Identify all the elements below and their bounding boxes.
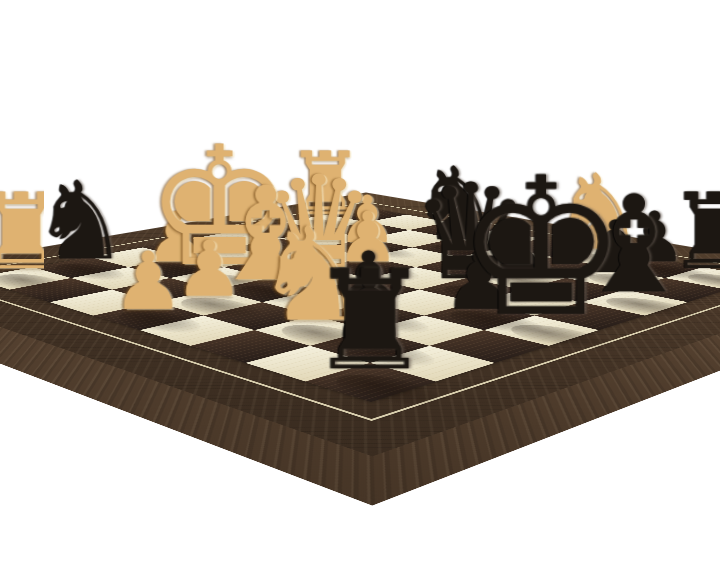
chess-set-photo: ♜♟♞♞♟♟♞♟♜♚♛♟♟♜♝♛♟♝♟♟♟♞♚♟♜ [0,0,720,576]
black-rook-glyph: ♜ [309,253,433,391]
chess-board: ♜♟♞♞♟♟♞♟♜♚♛♟♟♜♝♛♟♝♟♟♟♞♚♟♜ [0,193,720,457]
white-pawn-glyph: ♟ [112,241,184,321]
white-pawn-glyph: ♟ [175,230,244,307]
black-king-glyph: ♚ [456,152,627,343]
